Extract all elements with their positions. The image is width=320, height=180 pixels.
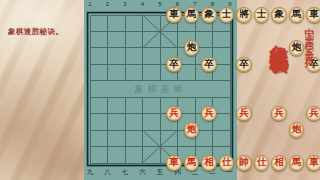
file-label: 3 — [123, 1, 126, 7]
piece-red-兵[interactable]: 兵 — [201, 106, 217, 122]
file-label: 六 — [139, 168, 146, 177]
piece-black-車[interactable]: 車 — [166, 7, 182, 23]
file-label: 5 — [158, 1, 161, 7]
piece-character: 車 — [309, 159, 319, 169]
piece-black-馬[interactable]: 馬 — [184, 7, 200, 23]
piece-character: 車 — [169, 159, 179, 169]
file-label: 4 — [141, 1, 144, 7]
piece-character: 炮 — [187, 43, 197, 53]
board-grid[interactable]: 車馬象士將士象馬車炮炮卒卒卒卒卒兵兵兵兵兵炮炮車馬相仕帥仕相馬車 — [165, 7, 320, 171]
left-caption-text: 象棋速胜秘诀。 — [8, 27, 63, 37]
piece-character: 兵 — [239, 109, 249, 119]
piece-character: 炮 — [292, 43, 302, 53]
piece-character: 士 — [222, 11, 232, 20]
piece-character: 相 — [204, 159, 214, 169]
piece-character: 仕 — [222, 159, 232, 169]
piece-character: 象 — [274, 11, 284, 20]
right-title-vertical: 象棋速胜秘诀 — [266, 30, 292, 162]
piece-red-帥[interactable]: 帥 — [236, 155, 252, 171]
file-label: 1 — [88, 1, 91, 7]
piece-red-兵[interactable]: 兵 — [166, 106, 182, 122]
piece-character: 卒 — [239, 60, 249, 70]
piece-black-炮[interactable]: 炮 — [184, 40, 200, 56]
piece-red-仕[interactable]: 仕 — [219, 155, 235, 171]
piece-red-相[interactable]: 相 — [201, 155, 217, 171]
file-label: 八 — [104, 168, 111, 177]
video-frame: 象棋速胜秘诀。 — [0, 0, 320, 180]
piece-red-車[interactable]: 車 — [306, 155, 320, 171]
piece-black-將[interactable]: 將 — [236, 7, 252, 23]
piece-character: 馬 — [187, 159, 197, 169]
piece-character: 卒 — [204, 60, 214, 70]
piece-black-士[interactable]: 士 — [219, 7, 235, 23]
piece-character: 馬 — [292, 11, 302, 20]
piece-black-象[interactable]: 象 — [201, 7, 217, 23]
piece-character: 馬 — [187, 11, 197, 20]
piece-character: 馬 — [292, 159, 302, 169]
piece-character: 將 — [239, 11, 249, 20]
file-label: 五 — [157, 168, 164, 177]
xiangqi-board: 123456789 九八七六五四三二一 象棋巫师 車馬象士將士象馬車炮炮卒卒卒卒… — [84, 0, 237, 180]
piece-character: 車 — [169, 11, 179, 20]
file-label: 九 — [87, 168, 94, 177]
file-label: 2 — [106, 1, 109, 7]
file-label: 七 — [122, 168, 129, 177]
piece-character: 兵 — [169, 109, 179, 119]
right-series-vertical: 中国象棋宝典系列 — [302, 19, 316, 139]
piece-black-卒[interactable]: 卒 — [236, 57, 252, 73]
piece-character: 炮 — [187, 126, 197, 136]
piece-character: 帥 — [239, 159, 249, 169]
piece-character: 仕 — [257, 159, 267, 169]
piece-black-象[interactable]: 象 — [271, 7, 287, 23]
piece-character: 士 — [257, 11, 267, 20]
piece-character: 象 — [204, 11, 214, 20]
piece-black-卒[interactable]: 卒 — [166, 57, 182, 73]
piece-character: 炮 — [292, 126, 302, 136]
piece-red-車[interactable]: 車 — [166, 155, 182, 171]
piece-red-馬[interactable]: 馬 — [184, 155, 200, 171]
piece-black-士[interactable]: 士 — [254, 7, 270, 23]
piece-red-兵[interactable]: 兵 — [236, 106, 252, 122]
piece-character: 卒 — [169, 60, 179, 70]
piece-black-卒[interactable]: 卒 — [201, 57, 217, 73]
piece-red-炮[interactable]: 炮 — [184, 122, 200, 138]
piece-character: 兵 — [204, 109, 214, 119]
